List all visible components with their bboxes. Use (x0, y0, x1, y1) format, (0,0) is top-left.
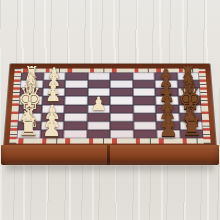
square-d5[interactable] (110, 96, 133, 104)
square-h4[interactable] (87, 130, 110, 139)
square-b4[interactable] (87, 80, 110, 88)
square-h3[interactable] (63, 130, 86, 139)
square-f5[interactable] (110, 113, 133, 121)
square-g3[interactable] (64, 121, 87, 129)
chess-piece-bp[interactable]: ♟ (159, 118, 178, 140)
hinge-seam (107, 145, 110, 165)
square-g5[interactable] (110, 121, 133, 129)
square-b6[interactable] (132, 80, 155, 88)
square-g4[interactable] (87, 121, 110, 129)
chess-piece-wr[interactable]: ♜ (18, 116, 39, 140)
square-f6[interactable] (133, 113, 156, 121)
square-c3[interactable] (65, 88, 88, 96)
square-h6[interactable] (133, 130, 156, 139)
chess-piece-br[interactable]: ♜ (181, 116, 202, 140)
square-a5[interactable] (110, 72, 132, 80)
square-c5[interactable] (110, 88, 133, 96)
square-e3[interactable] (64, 105, 87, 113)
square-a6[interactable] (132, 72, 155, 80)
chess-piece-wp[interactable]: ♟ (90, 95, 107, 114)
square-f3[interactable] (64, 113, 87, 121)
square-e6[interactable] (133, 105, 156, 113)
square-c6[interactable] (133, 88, 156, 96)
square-f4[interactable] (87, 113, 110, 121)
photo-scene: ♜♞♝♛♚♝♞♜♟♟♟♟♟♟♟♟♟♟♟♟♟♟♟♟♜♞♝♛♚♝♞♜ (0, 0, 220, 220)
square-h5[interactable] (110, 130, 133, 139)
square-b3[interactable] (65, 80, 88, 88)
square-e5[interactable] (110, 105, 133, 113)
board-front-face (1, 145, 219, 165)
square-b5[interactable] (110, 80, 133, 88)
chess-piece-wp[interactable]: ♟ (42, 118, 61, 140)
square-a4[interactable] (88, 72, 110, 80)
square-d6[interactable] (133, 96, 156, 104)
board-shadow (6, 164, 214, 174)
square-g6[interactable] (133, 121, 156, 129)
square-d3[interactable] (64, 96, 87, 104)
square-a3[interactable] (65, 72, 88, 80)
